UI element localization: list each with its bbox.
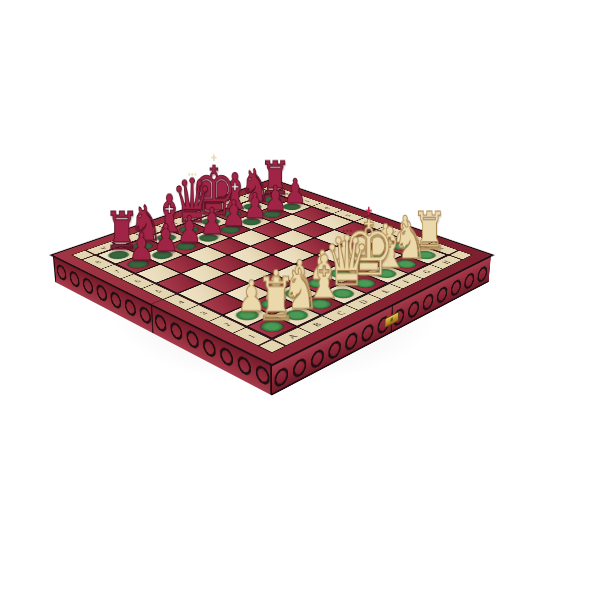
photo-stage: ABCDEFGH 87654321 87654321 ABCDEFGH ♜♞♟♝…	[0, 0, 600, 600]
red-pawn-a7[interactable]: ♟	[116, 180, 165, 266]
fold-seam-left	[151, 304, 154, 334]
white-rook-a1[interactable]: ♜	[248, 232, 303, 329]
